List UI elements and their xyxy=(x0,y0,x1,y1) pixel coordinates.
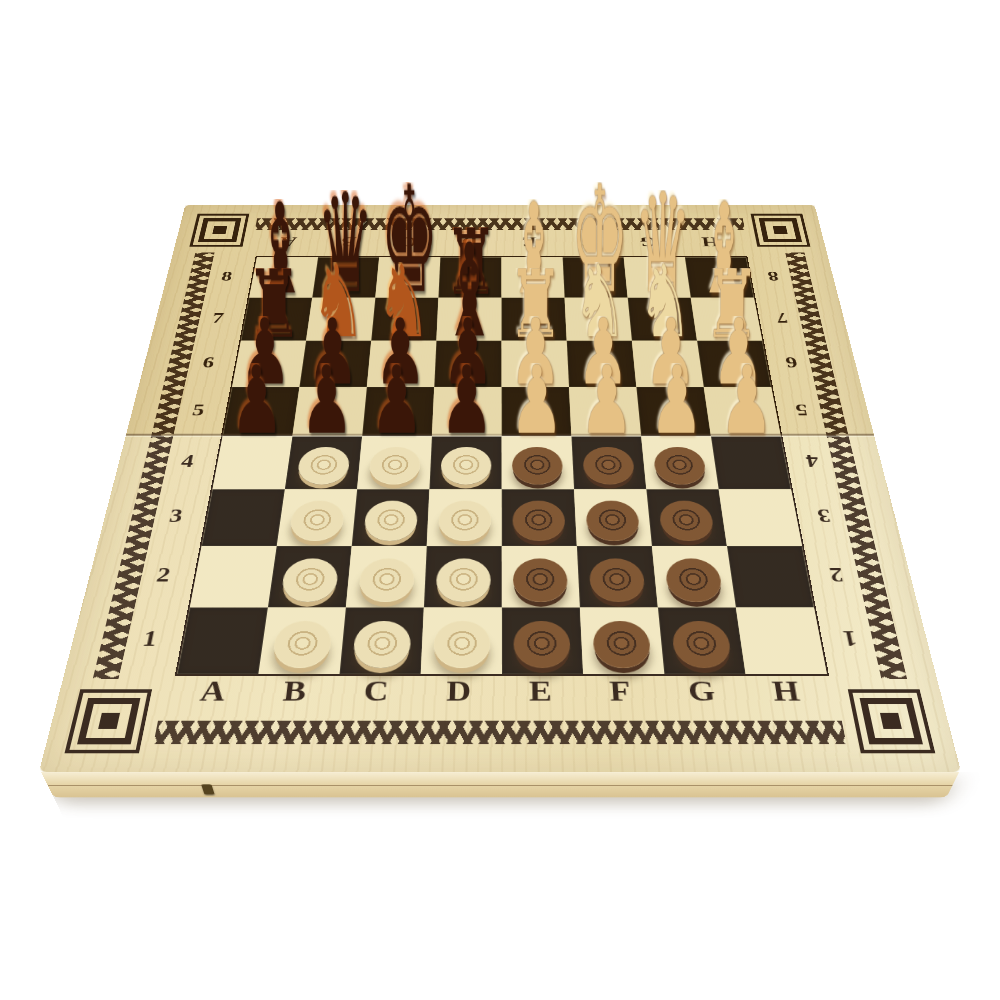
piece-light-pawn: ♟ xyxy=(508,363,566,438)
rank-label-right-1: 1 xyxy=(841,626,860,652)
square-b2 xyxy=(268,546,352,607)
square-a2 xyxy=(190,546,277,607)
file-label-top-D: D xyxy=(461,234,477,250)
square-e3 xyxy=(502,489,577,546)
square-h3 xyxy=(719,489,802,546)
file-label-bottom-F: F xyxy=(609,675,632,708)
checker-light xyxy=(363,501,418,541)
square-f1 xyxy=(580,608,664,674)
square-a3 xyxy=(202,489,285,546)
file-label-top-A: A xyxy=(279,234,298,250)
square-a4 xyxy=(213,436,293,489)
checker-dark xyxy=(512,501,565,541)
square-e1 xyxy=(502,608,583,674)
square-h5: ♟ xyxy=(704,387,781,436)
square-c5: ♟ xyxy=(362,387,434,436)
checker-dark xyxy=(582,447,635,485)
square-g3 xyxy=(646,489,727,546)
square-d3 xyxy=(427,489,502,546)
checker-dark xyxy=(653,447,708,485)
file-label-top-B: B xyxy=(340,234,357,250)
corner-ornament-top-left xyxy=(189,214,249,247)
rank-label-right-8: 8 xyxy=(766,268,780,284)
square-b4 xyxy=(285,436,362,489)
rank-label-right-4: 4 xyxy=(804,451,820,472)
square-c1 xyxy=(340,608,424,674)
square-d1 xyxy=(421,608,502,674)
edge-fold-seam xyxy=(47,785,952,786)
checker-light xyxy=(296,447,351,485)
file-label-bottom-B: B xyxy=(281,675,308,708)
corner-ornament-top-right xyxy=(751,214,811,247)
checker-light xyxy=(358,558,415,602)
product-photo-stage: ABCDEFGH ABCDEFGH 87654321 87654321 ♝♛♚♜… xyxy=(0,0,1000,1000)
piece-light-pawn: ♟ xyxy=(648,363,706,438)
square-h2 xyxy=(727,546,814,607)
checker-light xyxy=(436,558,491,602)
file-label-top-E: E xyxy=(522,234,537,250)
checker-light xyxy=(288,501,345,541)
braid-border-bottom xyxy=(153,721,846,744)
file-label-top-G: G xyxy=(639,234,658,250)
checker-light xyxy=(433,621,491,668)
square-b1 xyxy=(258,608,346,674)
rank-label-left-1: 1 xyxy=(140,626,159,652)
checker-dark xyxy=(658,501,715,541)
file-label-bottom-G: G xyxy=(687,675,717,708)
rank-label-right-6: 6 xyxy=(784,353,799,371)
file-label-bottom-H: H xyxy=(770,675,802,708)
file-label-bottom-E: E xyxy=(529,675,552,708)
square-a1 xyxy=(177,608,268,674)
files-bottom: ABCDEFGH xyxy=(169,674,832,708)
rank-label-left-5: 5 xyxy=(191,400,207,419)
square-e2 xyxy=(502,546,580,607)
checker-light xyxy=(271,621,333,668)
checker-light xyxy=(438,501,491,541)
square-g1 xyxy=(658,608,746,674)
rank-label-left-8: 8 xyxy=(220,268,234,284)
board-front-edge xyxy=(41,772,959,797)
rank-label-left-3: 3 xyxy=(167,505,184,527)
square-d2 xyxy=(424,546,502,607)
square-h1 xyxy=(736,608,827,674)
piece-light-pawn: ♟ xyxy=(718,363,777,438)
checker-dark xyxy=(664,558,724,602)
file-label-bottom-D: D xyxy=(446,675,471,708)
square-b3 xyxy=(277,489,357,546)
square-a5: ♟ xyxy=(223,387,300,436)
square-f4 xyxy=(571,436,646,489)
square-d5: ♟ xyxy=(432,387,502,436)
square-b5: ♟ xyxy=(292,387,366,436)
piece-dark-pawn: ♟ xyxy=(227,363,286,438)
rank-label-right-2: 2 xyxy=(827,563,845,587)
checker-dark xyxy=(671,621,733,668)
square-g5: ♟ xyxy=(636,387,711,436)
rank-label-right-3: 3 xyxy=(815,505,832,527)
square-c4 xyxy=(357,436,432,489)
square-d4 xyxy=(429,436,501,489)
rank-label-left-7: 7 xyxy=(211,310,225,327)
piece-dark-pawn: ♟ xyxy=(368,363,426,438)
square-c3 xyxy=(352,489,430,546)
checker-light xyxy=(280,558,339,602)
checker-light xyxy=(368,447,421,485)
file-label-bottom-A: A xyxy=(198,675,228,708)
square-g2 xyxy=(652,546,736,607)
piece-dark-pawn: ♟ xyxy=(298,363,356,438)
file-label-top-C: C xyxy=(400,234,417,250)
piece-dark-pawn: ♟ xyxy=(438,363,496,438)
checker-light xyxy=(440,447,491,485)
rank-label-left-2: 2 xyxy=(154,563,172,587)
rank-label-left-6: 6 xyxy=(201,353,216,371)
square-c2 xyxy=(346,546,427,607)
corner-ornament-bottom-left xyxy=(64,689,152,753)
rank-label-right-7: 7 xyxy=(775,310,789,327)
square-g4 xyxy=(641,436,718,489)
checker-dark xyxy=(513,558,568,602)
checker-dark xyxy=(513,621,571,668)
square-f5: ♟ xyxy=(569,387,641,436)
checker-dark xyxy=(592,621,652,668)
square-e4 xyxy=(502,436,574,489)
checker-dark xyxy=(585,501,640,541)
rank-label-left-4: 4 xyxy=(179,451,195,472)
board-grid: ♝♛♚♜♝♚♛♝♜♞♞♝♜♞♞♜♟♟♟♟♟♟♟♟♟♟♟♟♟♟♟♟ xyxy=(175,256,829,675)
checker-light xyxy=(352,621,412,668)
piece-light-pawn: ♟ xyxy=(578,363,636,438)
checker-dark xyxy=(589,558,646,602)
corner-ornament-bottom-right xyxy=(848,689,936,753)
file-label-top-H: H xyxy=(701,234,721,250)
file-label-top-F: F xyxy=(581,234,596,250)
checker-dark xyxy=(512,447,563,485)
square-h4 xyxy=(711,436,791,489)
square-f3 xyxy=(574,489,652,546)
square-f2 xyxy=(577,546,658,607)
square-e5: ♟ xyxy=(502,387,572,436)
file-label-bottom-C: C xyxy=(363,675,390,708)
game-board: ABCDEFGH ABCDEFGH 87654321 87654321 ♝♛♚♜… xyxy=(39,205,961,772)
board-perspective-scene: ABCDEFGH ABCDEFGH 87654321 87654321 ♝♛♚♜… xyxy=(39,205,961,772)
rank-label-right-5: 5 xyxy=(794,400,810,419)
